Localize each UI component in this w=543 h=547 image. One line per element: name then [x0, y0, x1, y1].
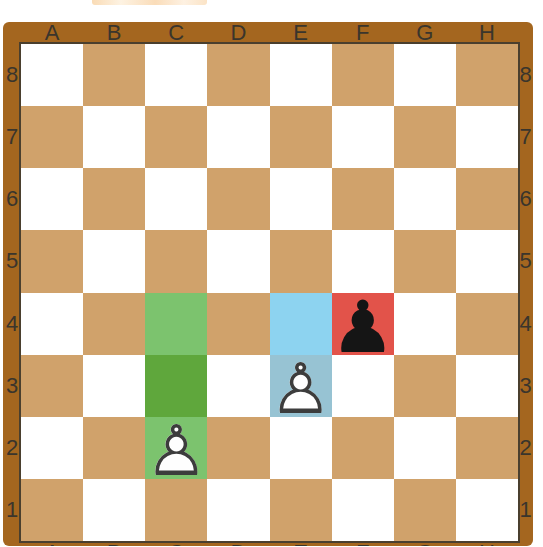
square-a4[interactable] [21, 293, 83, 355]
square-e4[interactable] [270, 293, 332, 355]
square-h7[interactable] [456, 106, 518, 168]
black-pawn[interactable]: ♟ [332, 293, 394, 355]
rank-label-right-3: 3 [518, 355, 533, 417]
square-h4[interactable] [456, 293, 518, 355]
square-e1[interactable] [270, 479, 332, 541]
square-b7[interactable] [83, 106, 145, 168]
rank-label-left-4: 4 [3, 293, 21, 355]
square-h8[interactable] [456, 44, 518, 106]
square-e6[interactable] [270, 168, 332, 230]
square-a2[interactable] [21, 417, 83, 479]
rank-label-left-6: 6 [3, 168, 21, 230]
file-label-bottom-e: E [270, 541, 332, 546]
board: ♟♟♙♟♙ [21, 44, 518, 541]
square-d5[interactable] [207, 230, 269, 292]
file-labels-bottom: ABCDEFGH [21, 541, 518, 546]
file-label-top-g: G [394, 22, 456, 45]
square-a3[interactable] [21, 355, 83, 417]
square-g4[interactable] [394, 293, 456, 355]
square-c1[interactable] [145, 479, 207, 541]
square-d7[interactable] [207, 106, 269, 168]
square-b5[interactable] [83, 230, 145, 292]
square-b3[interactable] [83, 355, 145, 417]
square-e7[interactable] [270, 106, 332, 168]
board-frame: ABCDEFGH ABCDEFGH 87654321 87654321 ♟♟♙♟… [3, 22, 533, 546]
square-f5[interactable] [332, 230, 394, 292]
square-e3[interactable]: ♟♙ [270, 355, 332, 417]
rank-label-right-5: 5 [518, 230, 533, 292]
square-a1[interactable] [21, 479, 83, 541]
square-b2[interactable] [83, 417, 145, 479]
square-h6[interactable] [456, 168, 518, 230]
rank-label-left-5: 5 [3, 230, 21, 292]
square-g5[interactable] [394, 230, 456, 292]
rank-label-right-1: 1 [518, 479, 533, 541]
rank-label-right-4: 4 [518, 293, 533, 355]
square-f8[interactable] [332, 44, 394, 106]
rank-label-left-7: 7 [3, 106, 21, 168]
file-label-bottom-g: G [394, 541, 456, 546]
file-label-bottom-a: A [21, 541, 83, 546]
square-d8[interactable] [207, 44, 269, 106]
square-g6[interactable] [394, 168, 456, 230]
cropped-logo-artifact [92, 0, 207, 5]
square-e2[interactable] [270, 417, 332, 479]
rank-label-right-2: 2 [518, 417, 533, 479]
file-label-top-e: E [270, 22, 332, 45]
square-f7[interactable] [332, 106, 394, 168]
file-label-top-c: C [145, 22, 207, 45]
square-c4[interactable] [145, 293, 207, 355]
square-d4[interactable] [207, 293, 269, 355]
rank-label-left-8: 8 [3, 44, 21, 106]
square-a5[interactable] [21, 230, 83, 292]
square-f6[interactable] [332, 168, 394, 230]
file-labels-top: ABCDEFGH [21, 22, 518, 44]
square-h2[interactable] [456, 417, 518, 479]
square-f1[interactable] [332, 479, 394, 541]
rank-label-left-1: 1 [3, 479, 21, 541]
file-label-top-d: D [207, 22, 269, 45]
rank-labels-left: 87654321 [3, 44, 21, 541]
rank-label-right-6: 6 [518, 168, 533, 230]
square-f3[interactable] [332, 355, 394, 417]
square-b8[interactable] [83, 44, 145, 106]
square-d1[interactable] [207, 479, 269, 541]
square-b6[interactable] [83, 168, 145, 230]
file-label-bottom-h: H [456, 541, 518, 546]
square-c3[interactable] [145, 355, 207, 417]
square-c7[interactable] [145, 106, 207, 168]
square-g8[interactable] [394, 44, 456, 106]
square-f4[interactable]: ♟ [332, 293, 394, 355]
square-a7[interactable] [21, 106, 83, 168]
square-c6[interactable] [145, 168, 207, 230]
file-label-top-a: A [21, 22, 83, 45]
square-a8[interactable] [21, 44, 83, 106]
square-c5[interactable] [145, 230, 207, 292]
rank-label-right-7: 7 [518, 106, 533, 168]
file-label-top-b: B [83, 22, 145, 45]
square-b4[interactable] [83, 293, 145, 355]
rank-label-right-8: 8 [518, 44, 533, 106]
square-e5[interactable] [270, 230, 332, 292]
white-pawn[interactable]: ♟♙ [270, 355, 332, 417]
square-g7[interactable] [394, 106, 456, 168]
file-label-bottom-c: C [145, 541, 207, 546]
square-h3[interactable] [456, 355, 518, 417]
square-h5[interactable] [456, 230, 518, 292]
square-d3[interactable] [207, 355, 269, 417]
file-label-bottom-d: D [207, 541, 269, 546]
file-label-top-h: H [456, 22, 518, 45]
square-c8[interactable] [145, 44, 207, 106]
square-c2[interactable]: ♟♙ [145, 417, 207, 479]
square-g1[interactable] [394, 479, 456, 541]
square-d2[interactable] [207, 417, 269, 479]
square-d6[interactable] [207, 168, 269, 230]
file-label-top-f: F [332, 22, 394, 45]
white-pawn[interactable]: ♟♙ [145, 417, 207, 479]
square-f2[interactable] [332, 417, 394, 479]
square-h1[interactable] [456, 479, 518, 541]
rank-labels-right: 87654321 [518, 44, 533, 541]
square-e8[interactable] [270, 44, 332, 106]
page: { "game": "chess", "description": "Pawn … [0, 0, 543, 547]
square-a6[interactable] [21, 168, 83, 230]
rank-label-left-3: 3 [3, 355, 21, 417]
square-g3[interactable] [394, 355, 456, 417]
file-label-bottom-f: F [332, 541, 394, 546]
file-label-bottom-b: B [83, 541, 145, 546]
square-b1[interactable] [83, 479, 145, 541]
rank-label-left-2: 2 [3, 417, 21, 479]
square-g2[interactable] [394, 417, 456, 479]
